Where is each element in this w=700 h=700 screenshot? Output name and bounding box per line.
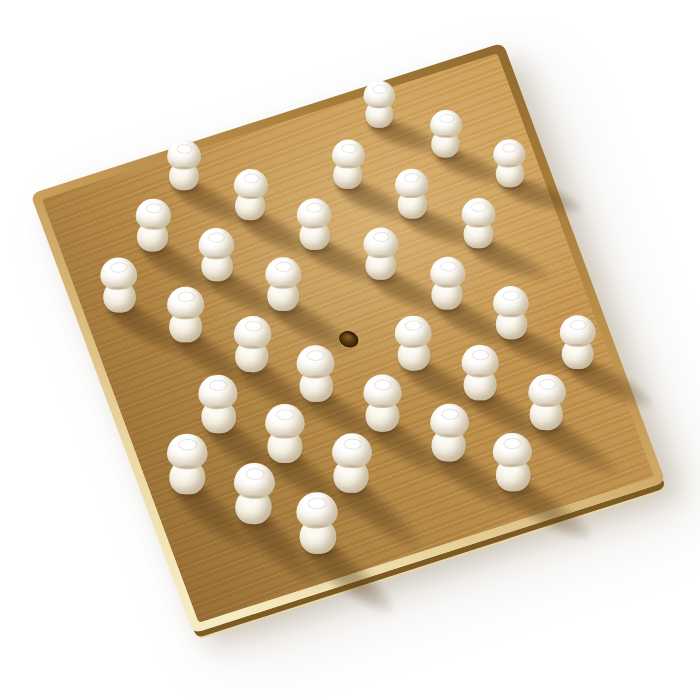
peg-head xyxy=(527,373,566,407)
peg-head xyxy=(295,491,338,528)
peg-head xyxy=(393,314,431,347)
peg-head xyxy=(166,286,203,319)
peg-body xyxy=(166,139,200,189)
peg-head xyxy=(232,315,271,349)
peg-body xyxy=(393,314,432,370)
peg-body xyxy=(232,461,275,523)
peg-body xyxy=(461,197,495,247)
peg-body xyxy=(428,109,462,158)
peg-body xyxy=(295,197,331,250)
peg-body xyxy=(197,373,238,433)
peg-head xyxy=(232,168,267,199)
peg-head xyxy=(461,344,498,377)
board-grid xyxy=(6,20,689,655)
peg-body xyxy=(492,285,529,339)
peg-head xyxy=(264,256,300,288)
peg-body xyxy=(428,402,469,461)
peg-body xyxy=(330,432,372,493)
peg-body xyxy=(363,374,401,431)
peg-body xyxy=(428,255,465,309)
peg-head xyxy=(166,139,200,169)
peg-head xyxy=(134,197,170,229)
peg-head xyxy=(197,226,234,258)
peg-body xyxy=(330,138,365,188)
peg-head xyxy=(429,402,469,437)
peg-body xyxy=(99,256,138,312)
peg-head xyxy=(197,373,237,408)
peg-body xyxy=(492,138,526,187)
peg-body xyxy=(134,197,171,251)
peg-body xyxy=(166,433,206,494)
peg-head xyxy=(429,255,465,287)
peg-head xyxy=(363,80,394,108)
empty-center-hole[interactable] xyxy=(335,327,360,349)
peg-head xyxy=(492,138,525,167)
peg-body xyxy=(232,315,272,372)
peg-body xyxy=(232,168,268,220)
peg-body xyxy=(394,167,429,218)
peg-body xyxy=(461,344,498,399)
peg-head xyxy=(429,109,462,138)
peg-body xyxy=(197,226,235,280)
peg-head xyxy=(559,314,595,345)
peg-head xyxy=(166,433,206,469)
peg-head xyxy=(363,227,398,258)
peg-head xyxy=(331,138,365,168)
peg-head xyxy=(363,374,401,408)
peg-head xyxy=(264,403,303,438)
peg-body xyxy=(491,431,532,490)
peg-head xyxy=(295,197,331,228)
photo-background xyxy=(0,0,700,700)
peg-body xyxy=(166,286,203,342)
peg-head xyxy=(232,461,274,498)
peg-head xyxy=(99,256,137,289)
peg-body xyxy=(559,314,595,368)
peg-body xyxy=(363,227,398,279)
peg-head xyxy=(331,432,372,468)
peg-head xyxy=(394,167,428,197)
peg-head xyxy=(461,197,495,227)
peg-body xyxy=(363,80,394,127)
peg-head xyxy=(295,344,334,378)
solitaire-board xyxy=(30,42,666,633)
peg-head xyxy=(491,431,531,466)
peg-body xyxy=(295,344,335,402)
peg-head xyxy=(492,285,529,317)
peg-body xyxy=(526,373,565,430)
peg-body xyxy=(264,403,303,462)
peg-body xyxy=(264,256,300,310)
peg-body xyxy=(295,491,338,554)
